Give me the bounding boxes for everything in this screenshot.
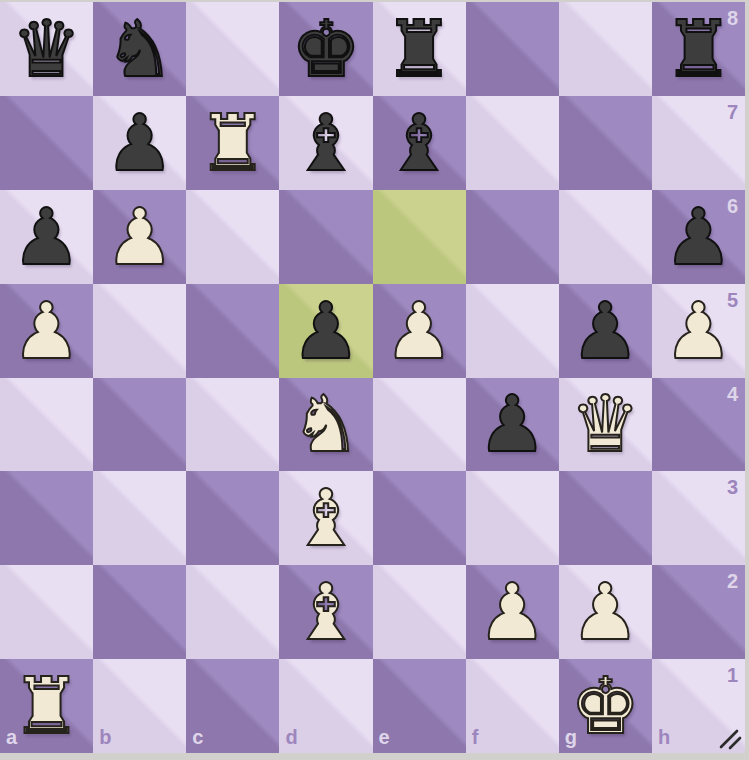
rank-label-3: 3	[727, 476, 738, 499]
square-h8[interactable]: ♜8	[652, 2, 745, 96]
piece-white-pawn[interactable]: ♟	[559, 565, 652, 659]
rank-label-1: 1	[727, 664, 738, 687]
square-g6[interactable]	[559, 190, 652, 284]
square-d1[interactable]: d	[279, 659, 372, 753]
piece-black-rook[interactable]: ♜	[652, 2, 745, 96]
file-label-f: f	[472, 726, 479, 749]
file-label-d: d	[285, 726, 297, 749]
square-b4[interactable]	[93, 378, 186, 472]
square-h5[interactable]: ♟5	[652, 284, 745, 378]
piece-black-bishop[interactable]: ♝	[373, 96, 466, 190]
square-c1[interactable]: c	[186, 659, 279, 753]
square-h4[interactable]: 4	[652, 378, 745, 472]
piece-white-knight[interactable]: ♞	[279, 378, 372, 472]
piece-black-queen[interactable]: ♛	[0, 2, 93, 96]
square-b3[interactable]	[93, 471, 186, 565]
chess-board: ♛♞♚♜♜8♟♜♝♝7♟♟♟6♟♟♟♟♟5♞♟♛4♝3♝♟♟2♜abcdef♚g…	[0, 2, 745, 753]
square-d6[interactable]	[279, 190, 372, 284]
square-f7[interactable]	[466, 96, 559, 190]
square-e5[interactable]: ♟	[373, 284, 466, 378]
piece-white-rook[interactable]: ♜	[0, 659, 93, 753]
square-e7[interactable]: ♝	[373, 96, 466, 190]
square-c5[interactable]	[186, 284, 279, 378]
square-d3[interactable]: ♝	[279, 471, 372, 565]
file-label-b: b	[99, 726, 111, 749]
piece-white-king[interactable]: ♚	[559, 659, 652, 753]
piece-black-rook[interactable]: ♜	[373, 2, 466, 96]
piece-black-bishop[interactable]: ♝	[279, 96, 372, 190]
piece-white-pawn[interactable]: ♟	[93, 190, 186, 284]
square-d2[interactable]: ♝	[279, 565, 372, 659]
piece-white-bishop[interactable]: ♝	[279, 565, 372, 659]
square-a4[interactable]	[0, 378, 93, 472]
square-b7[interactable]: ♟	[93, 96, 186, 190]
piece-black-knight[interactable]: ♞	[93, 2, 186, 96]
square-a5[interactable]: ♟	[0, 284, 93, 378]
rank-label-7: 7	[727, 101, 738, 124]
square-e2[interactable]	[373, 565, 466, 659]
square-b1[interactable]: b	[93, 659, 186, 753]
square-b2[interactable]	[93, 565, 186, 659]
square-g7[interactable]	[559, 96, 652, 190]
square-e4[interactable]	[373, 378, 466, 472]
piece-black-pawn[interactable]: ♟	[652, 190, 745, 284]
square-f4[interactable]: ♟	[466, 378, 559, 472]
piece-black-king[interactable]: ♚	[279, 2, 372, 96]
square-e6[interactable]	[373, 190, 466, 284]
square-g5[interactable]: ♟	[559, 284, 652, 378]
piece-white-rook[interactable]: ♜	[186, 96, 279, 190]
file-label-h: h	[658, 726, 670, 749]
file-label-c: c	[192, 726, 203, 749]
square-a7[interactable]	[0, 96, 93, 190]
square-b6[interactable]: ♟	[93, 190, 186, 284]
piece-white-pawn[interactable]: ♟	[373, 284, 466, 378]
square-f6[interactable]	[466, 190, 559, 284]
square-c6[interactable]	[186, 190, 279, 284]
piece-white-pawn[interactable]: ♟	[0, 284, 93, 378]
square-h2[interactable]: 2	[652, 565, 745, 659]
square-d4[interactable]: ♞	[279, 378, 372, 472]
square-c3[interactable]	[186, 471, 279, 565]
square-g2[interactable]: ♟	[559, 565, 652, 659]
square-a2[interactable]	[0, 565, 93, 659]
rank-label-4: 4	[727, 383, 738, 406]
square-h7[interactable]: 7	[652, 96, 745, 190]
piece-white-queen[interactable]: ♛	[559, 378, 652, 472]
square-d5[interactable]: ♟	[279, 284, 372, 378]
piece-black-pawn[interactable]: ♟	[559, 284, 652, 378]
file-label-e: e	[379, 726, 390, 749]
square-c4[interactable]	[186, 378, 279, 472]
piece-white-pawn[interactable]: ♟	[466, 565, 559, 659]
square-c7[interactable]: ♜	[186, 96, 279, 190]
piece-black-pawn[interactable]: ♟	[93, 96, 186, 190]
square-b8[interactable]: ♞	[93, 2, 186, 96]
square-g1[interactable]: ♚g	[559, 659, 652, 753]
piece-black-pawn[interactable]: ♟	[0, 190, 93, 284]
square-f1[interactable]: f	[466, 659, 559, 753]
square-a3[interactable]	[0, 471, 93, 565]
piece-white-bishop[interactable]: ♝	[279, 471, 372, 565]
square-d8[interactable]: ♚	[279, 2, 372, 96]
square-h3[interactable]: 3	[652, 471, 745, 565]
square-a8[interactable]: ♛	[0, 2, 93, 96]
square-h6[interactable]: ♟6	[652, 190, 745, 284]
piece-black-pawn[interactable]: ♟	[466, 378, 559, 472]
square-a6[interactable]: ♟	[0, 190, 93, 284]
rank-label-2: 2	[727, 570, 738, 593]
square-g4[interactable]: ♛	[559, 378, 652, 472]
square-g3[interactable]	[559, 471, 652, 565]
board-resize-handle[interactable]	[717, 725, 743, 751]
square-f5[interactable]	[466, 284, 559, 378]
square-b5[interactable]	[93, 284, 186, 378]
board-grid: ♛♞♚♜♜8♟♜♝♝7♟♟♟6♟♟♟♟♟5♞♟♛4♝3♝♟♟2♜abcdef♚g…	[0, 2, 745, 753]
square-c2[interactable]	[186, 565, 279, 659]
square-f3[interactable]	[466, 471, 559, 565]
square-a1[interactable]: ♜a	[0, 659, 93, 753]
square-c8[interactable]	[186, 2, 279, 96]
piece-black-pawn[interactable]: ♟	[279, 284, 372, 378]
square-f2[interactable]: ♟	[466, 565, 559, 659]
square-e1[interactable]: e	[373, 659, 466, 753]
square-e3[interactable]	[373, 471, 466, 565]
square-e8[interactable]: ♜	[373, 2, 466, 96]
square-f8[interactable]	[466, 2, 559, 96]
square-d7[interactable]: ♝	[279, 96, 372, 190]
piece-white-pawn[interactable]: ♟	[652, 284, 745, 378]
square-g8[interactable]	[559, 2, 652, 96]
